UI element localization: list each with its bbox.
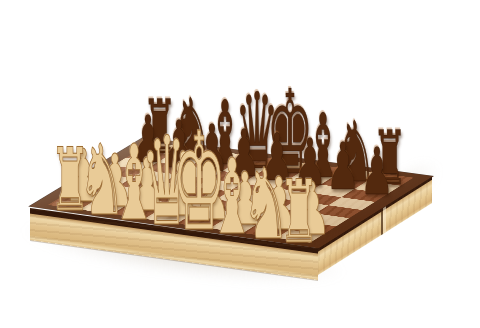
piece-white-rook-h1: ♜: [279, 170, 320, 257]
piece-black-pawn-h7: ♟: [360, 139, 394, 204]
piece-black-pawn-g7: ♟: [326, 134, 360, 199]
chess-set-photo-scene: ♜♞♝♛♚♝♞♜♟♟♟♟♟♟♟♟♟♟♟♟♟♟♟♟♜♞♝♛♚♝♞♜: [0, 0, 480, 328]
pieces-layer: ♜♞♝♛♚♝♞♜♟♟♟♟♟♟♟♟♟♟♟♟♟♟♟♟♜♞♝♛♚♝♞♜: [0, 0, 480, 328]
